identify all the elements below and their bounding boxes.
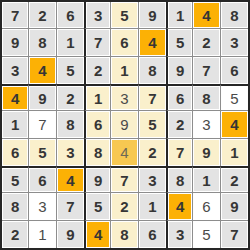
cell-r8c8[interactable]: 6 [193,193,220,220]
cell-r4c6[interactable]: 7 [139,84,166,111]
cell-r9c7[interactable]: 3 [166,221,193,248]
cell-r6c1[interactable]: 6 [2,139,29,166]
cell-r4c3[interactable]: 2 [57,84,84,111]
cell-r1c2[interactable]: 2 [29,2,56,29]
cell-r3c7[interactable]: 9 [166,57,193,84]
cell-r2c3[interactable]: 1 [57,29,84,56]
cell-r1c8[interactable]: 4 [193,2,220,29]
cell-r7c8[interactable]: 1 [193,166,220,193]
cell-r4c7[interactable]: 6 [166,84,193,111]
cell-r9c8[interactable]: 5 [193,221,220,248]
cell-r7c4[interactable]: 9 [84,166,111,193]
cell-r5c5[interactable]: 9 [111,111,138,138]
cell-r1c5[interactable]: 5 [111,2,138,29]
cell-r8c5[interactable]: 2 [111,193,138,220]
cell-r2c1[interactable]: 9 [2,29,29,56]
cell-r8c3[interactable]: 7 [57,193,84,220]
cell-r3c9[interactable]: 6 [221,57,248,84]
cell-r7c6[interactable]: 3 [139,166,166,193]
cell-r3c5[interactable]: 1 [111,57,138,84]
cell-r2c4[interactable]: 7 [84,29,111,56]
cell-r6c2[interactable]: 5 [29,139,56,166]
cell-r2c6[interactable]: 4 [139,29,166,56]
cell-r9c5[interactable]: 8 [111,221,138,248]
cell-r2c9[interactable]: 3 [221,29,248,56]
cell-r7c1[interactable]: 5 [2,166,29,193]
cell-r5c8[interactable]: 3 [193,111,220,138]
cell-r7c2[interactable]: 6 [29,166,56,193]
cell-r9c2[interactable]: 1 [29,221,56,248]
cell-r2c7[interactable]: 5 [166,29,193,56]
cell-r3c1[interactable]: 3 [2,57,29,84]
cell-r7c3[interactable]: 4 [57,166,84,193]
cell-r8c7[interactable]: 4 [166,193,193,220]
cell-r9c3[interactable]: 9 [57,221,84,248]
cell-r8c1[interactable]: 8 [2,193,29,220]
cell-r3c4[interactable]: 2 [84,57,111,84]
cell-r1c6[interactable]: 9 [139,2,166,29]
cell-r9c6[interactable]: 6 [139,221,166,248]
cell-r1c7[interactable]: 1 [166,2,193,29]
cell-r1c3[interactable]: 6 [57,2,84,29]
cell-r9c1[interactable]: 2 [2,221,29,248]
cell-r3c8[interactable]: 7 [193,57,220,84]
cell-r6c8[interactable]: 9 [193,139,220,166]
cell-r4c4[interactable]: 1 [84,84,111,111]
cell-r3c6[interactable]: 8 [139,57,166,84]
cell-r1c4[interactable]: 3 [84,2,111,29]
cell-r5c7[interactable]: 2 [166,111,193,138]
cell-r4c1[interactable]: 4 [2,84,29,111]
cell-r7c5[interactable]: 7 [111,166,138,193]
cell-r8c2[interactable]: 3 [29,193,56,220]
cell-r6c6[interactable]: 2 [139,139,166,166]
cell-r1c1[interactable]: 7 [2,2,29,29]
cell-r4c8[interactable]: 8 [193,84,220,111]
cell-r8c6[interactable]: 1 [139,193,166,220]
cell-r2c5[interactable]: 6 [111,29,138,56]
cell-r9c4[interactable]: 4 [84,221,111,248]
sudoku-board: 7263591489817645233452189764921376851786… [0,0,250,250]
cell-r9c9[interactable]: 7 [221,221,248,248]
cell-r4c2[interactable]: 9 [29,84,56,111]
cell-r4c9[interactable]: 5 [221,84,248,111]
cell-r7c7[interactable]: 8 [166,166,193,193]
cell-r7c9[interactable]: 2 [221,166,248,193]
cell-r6c4[interactable]: 8 [84,139,111,166]
cell-r2c2[interactable]: 8 [29,29,56,56]
cell-r4c5[interactable]: 3 [111,84,138,111]
cell-r5c6[interactable]: 5 [139,111,166,138]
cell-r8c4[interactable]: 5 [84,193,111,220]
cell-r5c3[interactable]: 8 [57,111,84,138]
cell-r1c9[interactable]: 8 [221,2,248,29]
cell-r5c4[interactable]: 6 [84,111,111,138]
cell-r5c2[interactable]: 7 [29,111,56,138]
cell-r6c9[interactable]: 1 [221,139,248,166]
cell-r6c5[interactable]: 4 [111,139,138,166]
cell-r6c3[interactable]: 3 [57,139,84,166]
cell-r2c8[interactable]: 2 [193,29,220,56]
cell-r3c3[interactable]: 5 [57,57,84,84]
cell-r8c9[interactable]: 9 [221,193,248,220]
cell-r5c9[interactable]: 4 [221,111,248,138]
cell-r3c2[interactable]: 4 [29,57,56,84]
cell-r5c1[interactable]: 1 [2,111,29,138]
cell-r6c7[interactable]: 7 [166,139,193,166]
